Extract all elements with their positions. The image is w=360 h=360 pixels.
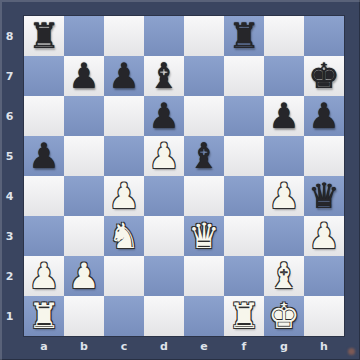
file-label-d: d	[144, 336, 184, 360]
square-g3[interactable]	[264, 216, 304, 256]
square-b5[interactable]	[64, 136, 104, 176]
piece-black-pawn[interactable]: ♟	[104, 56, 144, 96]
square-h3[interactable]: ♟	[304, 216, 344, 256]
piece-black-pawn[interactable]: ♟	[64, 56, 104, 96]
square-c4[interactable]: ♟	[104, 176, 144, 216]
square-a1[interactable]: ♜	[24, 296, 64, 336]
square-h1[interactable]	[304, 296, 344, 336]
square-f4[interactable]	[224, 176, 264, 216]
square-a3[interactable]	[24, 216, 64, 256]
piece-black-king[interactable]: ♚	[304, 56, 344, 96]
file-label-h: h	[304, 336, 344, 360]
square-e5[interactable]: ♝	[184, 136, 224, 176]
piece-white-bishop[interactable]: ♝	[264, 256, 304, 296]
square-f3[interactable]	[224, 216, 264, 256]
rank-label-7: 7	[0, 56, 24, 96]
rank-label-5: 5	[0, 136, 24, 176]
piece-black-bishop[interactable]: ♝	[144, 56, 184, 96]
square-a5[interactable]: ♟	[24, 136, 64, 176]
square-c3[interactable]: ♞	[104, 216, 144, 256]
chess-diagram: 87654321 ♜♜♟♟♝♚♟♟♟♟♟♝♟♟♛♞♛♟♟♟♝♜♜♚ abcdef…	[0, 0, 360, 360]
square-e3[interactable]: ♛	[184, 216, 224, 256]
square-d4[interactable]	[144, 176, 184, 216]
square-d3[interactable]	[144, 216, 184, 256]
square-e8[interactable]	[184, 16, 224, 56]
square-g1[interactable]: ♚	[264, 296, 304, 336]
piece-black-queen[interactable]: ♛	[304, 176, 344, 216]
piece-white-pawn[interactable]: ♟	[64, 256, 104, 296]
piece-black-bishop[interactable]: ♝	[184, 136, 224, 176]
rank-label-2: 2	[0, 256, 24, 296]
square-f2[interactable]	[224, 256, 264, 296]
piece-white-pawn[interactable]: ♟	[304, 216, 344, 256]
square-d5[interactable]: ♟	[144, 136, 184, 176]
square-g6[interactable]: ♟	[264, 96, 304, 136]
square-e7[interactable]	[184, 56, 224, 96]
square-b2[interactable]: ♟	[64, 256, 104, 296]
square-c7[interactable]: ♟	[104, 56, 144, 96]
square-b8[interactable]	[64, 16, 104, 56]
square-b4[interactable]	[64, 176, 104, 216]
piece-black-pawn[interactable]: ♟	[144, 96, 184, 136]
square-c5[interactable]	[104, 136, 144, 176]
file-label-g: g	[264, 336, 304, 360]
square-b3[interactable]	[64, 216, 104, 256]
square-h5[interactable]	[304, 136, 344, 176]
file-label-a: a	[24, 336, 64, 360]
piece-white-rook[interactable]: ♜	[224, 296, 264, 336]
square-g5[interactable]	[264, 136, 304, 176]
rank-label-6: 6	[0, 96, 24, 136]
chess-board: ♜♜♟♟♝♚♟♟♟♟♟♝♟♟♛♞♛♟♟♟♝♜♜♚	[24, 16, 344, 336]
square-a6[interactable]	[24, 96, 64, 136]
piece-white-pawn[interactable]: ♟	[24, 256, 64, 296]
rank-label-8: 8	[0, 16, 24, 56]
file-labels: abcdefgh	[24, 336, 344, 360]
file-label-b: b	[64, 336, 104, 360]
piece-black-rook[interactable]: ♜	[24, 16, 64, 56]
square-e4[interactable]	[184, 176, 224, 216]
square-h7[interactable]: ♚	[304, 56, 344, 96]
square-d2[interactable]	[144, 256, 184, 296]
square-b6[interactable]	[64, 96, 104, 136]
square-e1[interactable]	[184, 296, 224, 336]
square-a7[interactable]	[24, 56, 64, 96]
file-label-c: c	[104, 336, 144, 360]
square-c6[interactable]	[104, 96, 144, 136]
piece-white-king[interactable]: ♚	[264, 296, 304, 336]
square-d6[interactable]: ♟	[144, 96, 184, 136]
square-c2[interactable]	[104, 256, 144, 296]
square-g8[interactable]	[264, 16, 304, 56]
piece-white-queen[interactable]: ♛	[184, 216, 224, 256]
square-c1[interactable]	[104, 296, 144, 336]
piece-white-pawn[interactable]: ♟	[104, 176, 144, 216]
piece-white-pawn[interactable]: ♟	[264, 176, 304, 216]
piece-black-pawn[interactable]: ♟	[304, 96, 344, 136]
square-h8[interactable]	[304, 16, 344, 56]
piece-white-pawn[interactable]: ♟	[144, 136, 184, 176]
square-g7[interactable]	[264, 56, 304, 96]
rank-label-3: 3	[0, 216, 24, 256]
square-f5[interactable]	[224, 136, 264, 176]
square-e6[interactable]	[184, 96, 224, 136]
square-c8[interactable]	[104, 16, 144, 56]
square-h2[interactable]	[304, 256, 344, 296]
piece-black-pawn[interactable]: ♟	[264, 96, 304, 136]
square-d8[interactable]	[144, 16, 184, 56]
square-e2[interactable]	[184, 256, 224, 296]
square-g2[interactable]: ♝	[264, 256, 304, 296]
square-b1[interactable]	[64, 296, 104, 336]
corner-dot	[348, 348, 355, 355]
square-f7[interactable]	[224, 56, 264, 96]
square-b7[interactable]: ♟	[64, 56, 104, 96]
square-g4[interactable]: ♟	[264, 176, 304, 216]
square-h4[interactable]: ♛	[304, 176, 344, 216]
square-h6[interactable]: ♟	[304, 96, 344, 136]
piece-white-knight[interactable]: ♞	[104, 216, 144, 256]
square-a8[interactable]: ♜	[24, 16, 64, 56]
square-a2[interactable]: ♟	[24, 256, 64, 296]
piece-white-rook[interactable]: ♜	[24, 296, 64, 336]
piece-black-pawn[interactable]: ♟	[24, 136, 64, 176]
square-d7[interactable]: ♝	[144, 56, 184, 96]
rank-labels: 87654321	[0, 16, 24, 336]
piece-black-rook[interactable]: ♜	[224, 16, 264, 56]
square-f8[interactable]: ♜	[224, 16, 264, 56]
square-f6[interactable]	[224, 96, 264, 136]
file-label-e: e	[184, 336, 224, 360]
square-d1[interactable]	[144, 296, 184, 336]
file-label-f: f	[224, 336, 264, 360]
rank-label-4: 4	[0, 176, 24, 216]
square-f1[interactable]: ♜	[224, 296, 264, 336]
square-a4[interactable]	[24, 176, 64, 216]
rank-label-1: 1	[0, 296, 24, 336]
